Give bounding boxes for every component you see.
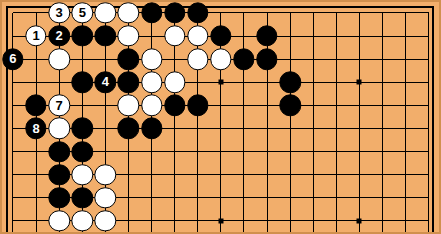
white-stone xyxy=(187,48,208,69)
black-stone xyxy=(187,95,208,116)
black-stone xyxy=(164,95,185,116)
intersection xyxy=(25,163,48,186)
black-stone xyxy=(279,72,300,93)
white-stone xyxy=(118,95,139,116)
intersection xyxy=(302,186,325,209)
intersection xyxy=(325,163,348,186)
intersection xyxy=(348,1,371,24)
intersection xyxy=(163,209,186,232)
star-point xyxy=(357,80,362,85)
intersection xyxy=(48,140,71,163)
intersection: 1 xyxy=(25,25,48,48)
intersection xyxy=(48,209,71,232)
intersection xyxy=(25,71,48,94)
intersection xyxy=(348,163,371,186)
intersection xyxy=(302,209,325,232)
black-stone xyxy=(48,164,69,185)
intersection xyxy=(71,186,94,209)
intersection xyxy=(163,48,186,71)
intersection xyxy=(71,48,94,71)
intersection xyxy=(232,140,255,163)
black-stone xyxy=(141,118,162,139)
white-stone-move-5: 5 xyxy=(72,2,93,23)
intersection xyxy=(255,117,278,140)
intersection xyxy=(255,48,278,71)
intersection xyxy=(417,163,440,186)
white-stone-move-7: 7 xyxy=(48,95,69,116)
intersection xyxy=(94,48,117,71)
intersection xyxy=(325,48,348,71)
intersection: 3 xyxy=(48,1,71,24)
intersection xyxy=(25,94,48,117)
intersection xyxy=(417,94,440,117)
intersection xyxy=(163,140,186,163)
intersection xyxy=(302,71,325,94)
intersection xyxy=(209,117,232,140)
intersection xyxy=(394,71,417,94)
white-stone xyxy=(48,48,69,69)
intersection xyxy=(279,209,302,232)
intersection xyxy=(394,163,417,186)
intersection xyxy=(163,186,186,209)
intersection xyxy=(279,25,302,48)
intersection xyxy=(140,163,163,186)
intersection xyxy=(140,71,163,94)
intersection xyxy=(1,140,24,163)
intersection xyxy=(325,25,348,48)
star-point xyxy=(218,218,223,223)
intersection xyxy=(279,140,302,163)
intersection xyxy=(371,1,394,24)
intersection xyxy=(71,94,94,117)
intersection xyxy=(163,94,186,117)
intersection xyxy=(117,25,140,48)
intersection xyxy=(279,117,302,140)
intersection xyxy=(186,25,209,48)
intersection xyxy=(279,48,302,71)
black-stone xyxy=(187,2,208,23)
intersection xyxy=(1,71,24,94)
intersection xyxy=(371,48,394,71)
intersection xyxy=(209,25,232,48)
intersection xyxy=(325,1,348,24)
intersection xyxy=(348,117,371,140)
intersection xyxy=(163,25,186,48)
intersection xyxy=(302,163,325,186)
intersection xyxy=(209,140,232,163)
intersection xyxy=(209,163,232,186)
go-board: 35126478 xyxy=(1,1,440,232)
intersection xyxy=(25,48,48,71)
intersection xyxy=(71,163,94,186)
intersection xyxy=(279,94,302,117)
intersection xyxy=(232,25,255,48)
white-stone xyxy=(48,210,69,231)
intersection xyxy=(186,48,209,71)
white-stone xyxy=(95,210,116,231)
black-stone xyxy=(72,72,93,93)
intersection xyxy=(48,186,71,209)
intersection xyxy=(348,25,371,48)
black-stone xyxy=(25,95,46,116)
black-stone xyxy=(48,141,69,162)
intersection xyxy=(232,186,255,209)
intersection xyxy=(163,1,186,24)
intersection xyxy=(394,140,417,163)
black-stone-move-2: 2 xyxy=(48,25,69,46)
intersection xyxy=(279,163,302,186)
intersection xyxy=(325,186,348,209)
intersection xyxy=(232,163,255,186)
intersection xyxy=(417,71,440,94)
intersection xyxy=(117,1,140,24)
black-stone-move-4: 4 xyxy=(95,72,116,93)
intersection xyxy=(1,163,24,186)
go-diagram: 35126478 xyxy=(0,0,441,234)
intersection xyxy=(48,48,71,71)
black-stone xyxy=(118,48,139,69)
intersection xyxy=(371,71,394,94)
white-stone xyxy=(95,2,116,23)
intersection xyxy=(232,71,255,94)
intersection xyxy=(255,186,278,209)
intersection xyxy=(232,117,255,140)
intersection xyxy=(140,48,163,71)
intersection xyxy=(186,94,209,117)
intersection xyxy=(1,25,24,48)
intersection xyxy=(255,1,278,24)
black-stone xyxy=(118,118,139,139)
intersection xyxy=(417,140,440,163)
intersection xyxy=(302,48,325,71)
intersection xyxy=(71,209,94,232)
intersection xyxy=(394,209,417,232)
intersection xyxy=(371,163,394,186)
black-stone xyxy=(210,25,231,46)
intersection xyxy=(163,71,186,94)
white-stone xyxy=(95,187,116,208)
intersection xyxy=(140,25,163,48)
intersection xyxy=(371,186,394,209)
black-stone xyxy=(164,2,185,23)
intersection xyxy=(48,117,71,140)
intersection xyxy=(232,94,255,117)
intersection xyxy=(279,186,302,209)
intersection xyxy=(186,117,209,140)
intersection xyxy=(209,71,232,94)
intersection xyxy=(117,71,140,94)
intersection: 8 xyxy=(25,117,48,140)
intersection xyxy=(348,209,371,232)
intersection xyxy=(394,1,417,24)
intersection xyxy=(186,163,209,186)
intersection xyxy=(417,186,440,209)
intersection xyxy=(302,25,325,48)
intersection xyxy=(417,1,440,24)
intersection xyxy=(140,94,163,117)
white-stone xyxy=(118,2,139,23)
intersection xyxy=(94,186,117,209)
intersection xyxy=(394,48,417,71)
intersection xyxy=(1,117,24,140)
intersection xyxy=(232,48,255,71)
intersection xyxy=(371,140,394,163)
white-stone xyxy=(210,48,231,69)
intersection xyxy=(394,117,417,140)
black-stone xyxy=(72,118,93,139)
intersection xyxy=(71,71,94,94)
black-stone xyxy=(279,95,300,116)
intersection xyxy=(117,209,140,232)
black-stone xyxy=(72,187,93,208)
intersection: 5 xyxy=(71,1,94,24)
intersection xyxy=(394,25,417,48)
intersection xyxy=(186,1,209,24)
black-stone xyxy=(72,25,93,46)
intersection xyxy=(302,94,325,117)
intersection xyxy=(48,71,71,94)
black-stone xyxy=(256,25,277,46)
intersection xyxy=(117,117,140,140)
intersection xyxy=(186,140,209,163)
intersection xyxy=(94,209,117,232)
intersection xyxy=(348,140,371,163)
intersection xyxy=(232,209,255,232)
white-stone xyxy=(187,25,208,46)
white-stone xyxy=(95,164,116,185)
intersection xyxy=(71,25,94,48)
white-stone xyxy=(141,72,162,93)
intersection xyxy=(140,117,163,140)
intersection xyxy=(117,186,140,209)
white-stone xyxy=(48,118,69,139)
intersection xyxy=(279,1,302,24)
white-stone xyxy=(164,25,185,46)
intersection xyxy=(140,1,163,24)
star-point xyxy=(218,80,223,85)
intersection xyxy=(417,25,440,48)
white-stone-move-3: 3 xyxy=(48,2,69,23)
intersection xyxy=(1,94,24,117)
intersection xyxy=(25,1,48,24)
intersection xyxy=(25,209,48,232)
intersection xyxy=(94,94,117,117)
intersection xyxy=(255,163,278,186)
intersection xyxy=(186,186,209,209)
black-stone xyxy=(233,48,254,69)
intersection xyxy=(1,209,24,232)
intersection xyxy=(417,48,440,71)
intersection xyxy=(325,209,348,232)
intersection xyxy=(140,209,163,232)
white-stone xyxy=(72,210,93,231)
intersection xyxy=(163,163,186,186)
intersection xyxy=(94,1,117,24)
intersection xyxy=(371,94,394,117)
intersection xyxy=(394,186,417,209)
intersection xyxy=(302,140,325,163)
black-stone xyxy=(48,187,69,208)
intersection: 6 xyxy=(1,48,24,71)
intersection xyxy=(325,71,348,94)
intersection: 2 xyxy=(48,25,71,48)
intersection xyxy=(325,117,348,140)
intersection xyxy=(25,140,48,163)
intersection xyxy=(255,140,278,163)
intersection xyxy=(209,48,232,71)
intersection xyxy=(117,94,140,117)
intersection xyxy=(209,94,232,117)
black-stone xyxy=(141,2,162,23)
black-stone xyxy=(118,72,139,93)
intersection xyxy=(186,71,209,94)
intersection xyxy=(140,186,163,209)
intersection xyxy=(348,71,371,94)
black-stone xyxy=(256,48,277,69)
intersection xyxy=(255,25,278,48)
intersection xyxy=(325,94,348,117)
intersection xyxy=(348,48,371,71)
intersection xyxy=(117,163,140,186)
intersection xyxy=(302,1,325,24)
intersection xyxy=(279,71,302,94)
intersection xyxy=(371,25,394,48)
black-stone-move-6: 6 xyxy=(2,48,23,69)
black-stone xyxy=(95,25,116,46)
intersection xyxy=(209,209,232,232)
white-stone xyxy=(141,48,162,69)
white-stone xyxy=(164,72,185,93)
intersection xyxy=(394,94,417,117)
intersection xyxy=(255,71,278,94)
intersection xyxy=(302,117,325,140)
intersection xyxy=(117,140,140,163)
intersection xyxy=(71,140,94,163)
intersection xyxy=(348,94,371,117)
intersection xyxy=(48,163,71,186)
intersection xyxy=(417,209,440,232)
intersection: 7 xyxy=(48,94,71,117)
intersection xyxy=(209,186,232,209)
intersection xyxy=(325,140,348,163)
white-stone xyxy=(72,164,93,185)
intersection xyxy=(94,117,117,140)
intersection xyxy=(71,117,94,140)
intersection xyxy=(417,117,440,140)
intersection xyxy=(94,140,117,163)
intersection xyxy=(255,94,278,117)
intersection xyxy=(255,209,278,232)
white-stone-move-1: 1 xyxy=(25,25,46,46)
intersection xyxy=(371,117,394,140)
intersection xyxy=(186,209,209,232)
intersection xyxy=(94,163,117,186)
intersection: 4 xyxy=(94,71,117,94)
intersection xyxy=(94,25,117,48)
black-stone xyxy=(72,141,93,162)
intersection xyxy=(140,140,163,163)
intersection xyxy=(371,209,394,232)
intersection xyxy=(348,186,371,209)
intersection xyxy=(1,1,24,24)
intersection xyxy=(209,1,232,24)
intersection xyxy=(163,117,186,140)
intersection xyxy=(117,48,140,71)
white-stone xyxy=(118,25,139,46)
white-stone xyxy=(141,95,162,116)
intersection xyxy=(25,186,48,209)
intersection xyxy=(232,1,255,24)
black-stone-move-8: 8 xyxy=(25,118,46,139)
star-point xyxy=(357,218,362,223)
intersection xyxy=(1,186,24,209)
